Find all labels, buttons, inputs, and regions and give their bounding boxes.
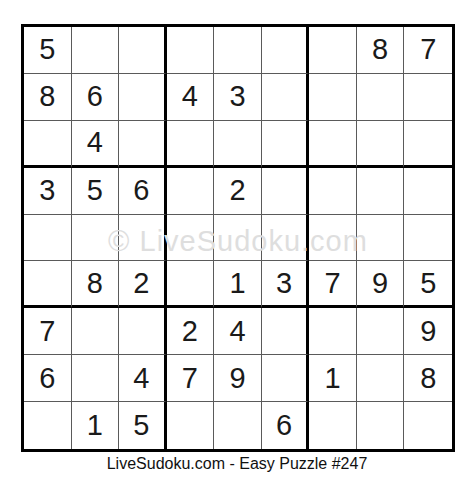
cell-r7c9: 9 xyxy=(404,308,452,355)
cell-r1c2 xyxy=(72,27,120,74)
cell-r9c4 xyxy=(167,402,215,449)
cell-r4c7 xyxy=(309,168,357,215)
cell-r3c8 xyxy=(357,121,405,168)
cell-r9c7 xyxy=(309,402,357,449)
cell-r2c3 xyxy=(119,74,167,121)
cell-r1c3 xyxy=(119,27,167,74)
cell-r5c7 xyxy=(309,215,357,262)
cell-r8c8 xyxy=(357,355,405,402)
cell-r8c6 xyxy=(262,355,310,402)
cell-r1c1: 5 xyxy=(24,27,72,74)
cell-r9c2: 1 xyxy=(72,402,120,449)
cell-r4c8 xyxy=(357,168,405,215)
cell-r3c1 xyxy=(24,121,72,168)
cell-r6c7: 7 xyxy=(309,261,357,308)
cell-r9c5 xyxy=(214,402,262,449)
cell-r3c5 xyxy=(214,121,262,168)
cell-r3c7 xyxy=(309,121,357,168)
cell-r7c1: 7 xyxy=(24,308,72,355)
cell-r5c3 xyxy=(119,215,167,262)
cell-r5c2 xyxy=(72,215,120,262)
cell-r2c9 xyxy=(404,74,452,121)
cell-r4c4 xyxy=(167,168,215,215)
cell-r2c1: 8 xyxy=(24,74,72,121)
cell-r8c1: 6 xyxy=(24,355,72,402)
cell-r5c1 xyxy=(24,215,72,262)
cell-r4c9 xyxy=(404,168,452,215)
cell-r1c5 xyxy=(214,27,262,74)
cell-r1c7 xyxy=(309,27,357,74)
cell-r1c4 xyxy=(167,27,215,74)
cell-r6c3: 2 xyxy=(119,261,167,308)
cell-r5c5 xyxy=(214,215,262,262)
cell-r6c4 xyxy=(167,261,215,308)
cell-r9c9 xyxy=(404,402,452,449)
puzzle-caption: LiveSudoku.com - Easy Puzzle #247 xyxy=(0,455,474,473)
cell-r5c9 xyxy=(404,215,452,262)
cell-r2c6 xyxy=(262,74,310,121)
cell-r3c2: 4 xyxy=(72,121,120,168)
cell-r7c5: 4 xyxy=(214,308,262,355)
cell-r8c2 xyxy=(72,355,120,402)
cell-r8c9: 8 xyxy=(404,355,452,402)
cell-r3c3 xyxy=(119,121,167,168)
cell-r4c1: 3 xyxy=(24,168,72,215)
cell-r9c3: 5 xyxy=(119,402,167,449)
cell-r1c9: 7 xyxy=(404,27,452,74)
cell-r7c6 xyxy=(262,308,310,355)
cell-r3c9 xyxy=(404,121,452,168)
cell-r2c4: 4 xyxy=(167,74,215,121)
cell-r5c4 xyxy=(167,215,215,262)
cell-r9c6: 6 xyxy=(262,402,310,449)
cell-r7c4: 2 xyxy=(167,308,215,355)
cell-r6c1 xyxy=(24,261,72,308)
cell-r8c3: 4 xyxy=(119,355,167,402)
cell-r2c7 xyxy=(309,74,357,121)
cell-r1c8: 8 xyxy=(357,27,405,74)
cell-r7c7 xyxy=(309,308,357,355)
sudoku-board: 58786434356282137957249647918156 © LiveS… xyxy=(21,24,455,452)
cell-r4c3: 6 xyxy=(119,168,167,215)
cell-r5c8 xyxy=(357,215,405,262)
cell-r5c6 xyxy=(262,215,310,262)
cell-r7c3 xyxy=(119,308,167,355)
cell-r6c6: 3 xyxy=(262,261,310,308)
cell-r8c5: 9 xyxy=(214,355,262,402)
cell-r6c8: 9 xyxy=(357,261,405,308)
sudoku-page: 58786434356282137957249647918156 © LiveS… xyxy=(0,0,474,485)
cell-r6c2: 8 xyxy=(72,261,120,308)
cell-r3c6 xyxy=(262,121,310,168)
cell-r4c6 xyxy=(262,168,310,215)
cell-r9c1 xyxy=(24,402,72,449)
cell-r7c8 xyxy=(357,308,405,355)
cell-r1c6 xyxy=(262,27,310,74)
sudoku-grid: 58786434356282137957249647918156 xyxy=(24,27,452,449)
cell-r2c2: 6 xyxy=(72,74,120,121)
cell-r9c8 xyxy=(357,402,405,449)
cell-r8c4: 7 xyxy=(167,355,215,402)
cell-r2c8 xyxy=(357,74,405,121)
cell-r7c2 xyxy=(72,308,120,355)
cell-r8c7: 1 xyxy=(309,355,357,402)
cell-r6c5: 1 xyxy=(214,261,262,308)
cell-r6c9: 5 xyxy=(404,261,452,308)
cell-r4c5: 2 xyxy=(214,168,262,215)
cell-r3c4 xyxy=(167,121,215,168)
cell-r4c2: 5 xyxy=(72,168,120,215)
cell-r2c5: 3 xyxy=(214,74,262,121)
